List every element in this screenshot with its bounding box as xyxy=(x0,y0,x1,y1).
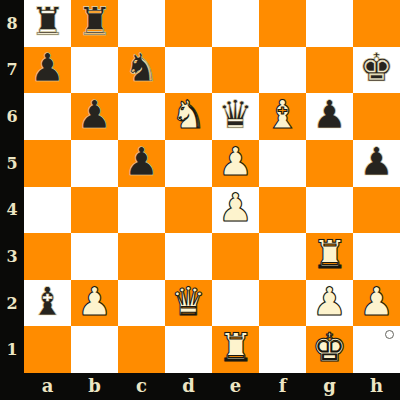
square-b1[interactable] xyxy=(71,326,118,373)
file-label-h: h xyxy=(353,373,400,400)
rank-label-2: 2 xyxy=(0,280,24,327)
square-a2[interactable]: ♝ xyxy=(24,280,71,327)
square-b6[interactable]: ♟ xyxy=(71,93,118,140)
square-c7[interactable]: ♞ xyxy=(118,47,165,94)
square-e7[interactable] xyxy=(212,47,259,94)
piece-black-king[interactable]: ♚ xyxy=(359,48,394,87)
square-f1[interactable] xyxy=(259,326,306,373)
square-c6[interactable] xyxy=(118,93,165,140)
square-a8[interactable]: ♜ xyxy=(24,0,71,47)
square-g6[interactable]: ♟ xyxy=(306,93,353,140)
square-h8[interactable] xyxy=(353,0,400,47)
file-label-a: a xyxy=(24,373,71,400)
square-a3[interactable] xyxy=(24,233,71,280)
square-f5[interactable] xyxy=(259,140,306,187)
square-g4[interactable] xyxy=(306,187,353,234)
square-e5[interactable]: ♟ xyxy=(212,140,259,187)
square-g3[interactable]: ♜ xyxy=(306,233,353,280)
piece-white-pawn[interactable]: ♟ xyxy=(77,282,112,321)
square-a6[interactable] xyxy=(24,93,71,140)
square-b4[interactable] xyxy=(71,187,118,234)
square-a1[interactable] xyxy=(24,326,71,373)
square-f6[interactable]: ♝ xyxy=(259,93,306,140)
rank-label-1: 1 xyxy=(0,326,24,373)
rank-label-7: 7 xyxy=(0,47,24,94)
square-a5[interactable] xyxy=(24,140,71,187)
piece-black-pawn[interactable]: ♟ xyxy=(30,48,65,87)
square-e2[interactable] xyxy=(212,280,259,327)
piece-black-pawn[interactable]: ♟ xyxy=(77,95,112,134)
square-h7[interactable]: ♚ xyxy=(353,47,400,94)
piece-white-pawn[interactable]: ♟ xyxy=(359,282,394,321)
square-c4[interactable] xyxy=(118,187,165,234)
square-g5[interactable] xyxy=(306,140,353,187)
piece-black-knight[interactable]: ♞ xyxy=(124,48,159,87)
square-h4[interactable] xyxy=(353,187,400,234)
file-label-d: d xyxy=(165,373,212,400)
chess-board: ♜♜♟♞♚♟♞♛♝♟♟♟♟♟♜♝♟♛♟♟♜♚ xyxy=(24,0,400,373)
file-labels: abcdefgh xyxy=(24,373,400,400)
square-g2[interactable]: ♟ xyxy=(306,280,353,327)
square-h6[interactable] xyxy=(353,93,400,140)
square-a7[interactable]: ♟ xyxy=(24,47,71,94)
square-f4[interactable] xyxy=(259,187,306,234)
square-a4[interactable] xyxy=(24,187,71,234)
square-h3[interactable] xyxy=(353,233,400,280)
piece-white-king[interactable]: ♚ xyxy=(312,328,347,367)
piece-white-pawn[interactable]: ♟ xyxy=(312,282,347,321)
rank-labels: 87654321 xyxy=(0,0,24,373)
square-d5[interactable] xyxy=(165,140,212,187)
piece-black-bishop[interactable]: ♝ xyxy=(30,282,65,321)
square-c1[interactable] xyxy=(118,326,165,373)
rank-label-5: 5 xyxy=(0,140,24,187)
piece-white-pawn[interactable]: ♟ xyxy=(218,142,253,181)
white-to-move-indicator-icon xyxy=(385,330,394,339)
file-label-f: f xyxy=(259,373,306,400)
square-e1[interactable]: ♜ xyxy=(212,326,259,373)
piece-white-queen[interactable]: ♛ xyxy=(171,282,206,321)
file-label-e: e xyxy=(212,373,259,400)
piece-white-knight[interactable]: ♞ xyxy=(171,95,206,134)
square-f7[interactable] xyxy=(259,47,306,94)
square-g7[interactable] xyxy=(306,47,353,94)
square-b5[interactable] xyxy=(71,140,118,187)
square-h5[interactable]: ♟ xyxy=(353,140,400,187)
square-e6[interactable]: ♛ xyxy=(212,93,259,140)
file-label-g: g xyxy=(306,373,353,400)
piece-white-pawn[interactable]: ♟ xyxy=(218,188,253,227)
piece-black-pawn[interactable]: ♟ xyxy=(359,142,394,181)
piece-black-rook[interactable]: ♜ xyxy=(30,2,65,41)
square-e3[interactable] xyxy=(212,233,259,280)
square-d4[interactable] xyxy=(165,187,212,234)
square-f2[interactable] xyxy=(259,280,306,327)
square-d2[interactable]: ♛ xyxy=(165,280,212,327)
square-c8[interactable] xyxy=(118,0,165,47)
square-g8[interactable] xyxy=(306,0,353,47)
file-label-c: c xyxy=(118,373,165,400)
square-d1[interactable] xyxy=(165,326,212,373)
square-b7[interactable] xyxy=(71,47,118,94)
square-d7[interactable] xyxy=(165,47,212,94)
square-g1[interactable]: ♚ xyxy=(306,326,353,373)
square-b3[interactable] xyxy=(71,233,118,280)
rank-label-4: 4 xyxy=(0,187,24,234)
chess-board-widget: 87654321 ♜♜♟♞♚♟♞♛♝♟♟♟♟♟♜♝♟♛♟♟♜♚ abcdefgh xyxy=(0,0,400,400)
rank-label-8: 8 xyxy=(0,0,24,47)
square-c3[interactable] xyxy=(118,233,165,280)
square-d3[interactable] xyxy=(165,233,212,280)
piece-black-pawn[interactable]: ♟ xyxy=(124,142,159,181)
square-b2[interactable]: ♟ xyxy=(71,280,118,327)
square-e8[interactable] xyxy=(212,0,259,47)
square-d6[interactable]: ♞ xyxy=(165,93,212,140)
piece-black-pawn[interactable]: ♟ xyxy=(312,95,347,134)
square-c2[interactable] xyxy=(118,280,165,327)
piece-white-rook[interactable]: ♜ xyxy=(218,328,253,367)
piece-black-rook[interactable]: ♜ xyxy=(77,2,112,41)
square-c5[interactable]: ♟ xyxy=(118,140,165,187)
square-f3[interactable] xyxy=(259,233,306,280)
rank-label-6: 6 xyxy=(0,93,24,140)
square-b8[interactable]: ♜ xyxy=(71,0,118,47)
square-f8[interactable] xyxy=(259,0,306,47)
piece-white-bishop[interactable]: ♝ xyxy=(265,95,300,134)
rank-label-3: 3 xyxy=(0,233,24,280)
piece-white-rook[interactable]: ♜ xyxy=(312,235,347,274)
piece-black-queen[interactable]: ♛ xyxy=(218,95,253,134)
square-e4[interactable]: ♟ xyxy=(212,187,259,234)
square-d8[interactable] xyxy=(165,0,212,47)
file-label-b: b xyxy=(71,373,118,400)
square-h2[interactable]: ♟ xyxy=(353,280,400,327)
